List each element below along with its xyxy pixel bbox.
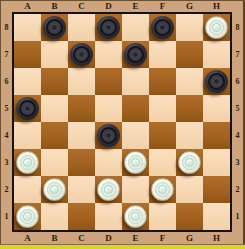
- checker-center: [185, 158, 194, 167]
- square-h3[interactable]: [203, 149, 230, 176]
- square-f3[interactable]: [149, 149, 176, 176]
- checker-center: [50, 185, 59, 194]
- rank-label-right-7: 7: [232, 41, 243, 68]
- square-d6[interactable]: [95, 68, 122, 95]
- rank-label-left-2: 2: [1, 176, 12, 203]
- square-d1[interactable]: [95, 203, 122, 230]
- square-c5[interactable]: [68, 95, 95, 122]
- square-b4[interactable]: [41, 122, 68, 149]
- rank-labels-left: 87654321: [1, 14, 12, 230]
- square-g8[interactable]: [176, 14, 203, 41]
- square-a2[interactable]: [14, 176, 41, 203]
- file-label-top-A: A: [14, 1, 41, 12]
- square-f6[interactable]: [149, 68, 176, 95]
- square-h7[interactable]: [203, 41, 230, 68]
- white-checker-h8[interactable]: [205, 16, 228, 39]
- square-b7[interactable]: [41, 41, 68, 68]
- checker-center: [131, 158, 140, 167]
- square-e8[interactable]: [122, 14, 149, 41]
- file-label-top-B: B: [41, 1, 68, 12]
- square-b8[interactable]: [41, 14, 68, 41]
- square-e7[interactable]: [122, 41, 149, 68]
- square-a3[interactable]: [14, 149, 41, 176]
- rank-label-left-6: 6: [1, 68, 12, 95]
- square-a4[interactable]: [14, 122, 41, 149]
- square-e3[interactable]: [122, 149, 149, 176]
- checker-center: [24, 105, 31, 112]
- rank-label-left-8: 8: [1, 14, 12, 41]
- square-c2[interactable]: [68, 176, 95, 203]
- square-d3[interactable]: [95, 149, 122, 176]
- white-checker-a1[interactable]: [16, 205, 39, 228]
- file-label-top-F: F: [149, 1, 176, 12]
- square-b5[interactable]: [41, 95, 68, 122]
- square-g7[interactable]: [176, 41, 203, 68]
- square-d7[interactable]: [95, 41, 122, 68]
- square-f5[interactable]: [149, 95, 176, 122]
- file-label-top-C: C: [68, 1, 95, 12]
- square-c8[interactable]: [68, 14, 95, 41]
- rank-label-right-4: 4: [232, 122, 243, 149]
- black-checker-b8[interactable]: [43, 16, 66, 39]
- square-b6[interactable]: [41, 68, 68, 95]
- file-labels-bottom: ABCDEFGH: [14, 233, 230, 244]
- rank-label-left-5: 5: [1, 95, 12, 122]
- rank-label-left-1: 1: [1, 203, 12, 230]
- checker-center: [51, 24, 58, 31]
- checker-center: [105, 24, 112, 31]
- checker-center: [131, 212, 140, 221]
- square-d4[interactable]: [95, 122, 122, 149]
- square-g5[interactable]: [176, 95, 203, 122]
- square-d5[interactable]: [95, 95, 122, 122]
- square-b1[interactable]: [41, 203, 68, 230]
- square-a5[interactable]: [14, 95, 41, 122]
- square-e5[interactable]: [122, 95, 149, 122]
- square-b3[interactable]: [41, 149, 68, 176]
- rank-label-right-3: 3: [232, 149, 243, 176]
- square-g1[interactable]: [176, 203, 203, 230]
- square-h8[interactable]: [203, 14, 230, 41]
- checker-center: [159, 24, 166, 31]
- file-labels-top: ABCDEFGH: [14, 1, 230, 12]
- file-label-top-H: H: [203, 1, 230, 12]
- square-g4[interactable]: [176, 122, 203, 149]
- checker-center: [212, 23, 221, 32]
- white-checker-a3[interactable]: [16, 151, 39, 174]
- white-checker-f2[interactable]: [151, 178, 174, 201]
- checker-center: [104, 185, 113, 194]
- square-h4[interactable]: [203, 122, 230, 149]
- black-checker-c7[interactable]: [70, 43, 93, 66]
- black-checker-a5[interactable]: [16, 97, 39, 120]
- square-e6[interactable]: [122, 68, 149, 95]
- file-label-top-E: E: [122, 1, 149, 12]
- file-label-bottom-B: B: [41, 233, 68, 244]
- rank-label-right-5: 5: [232, 95, 243, 122]
- black-checker-h6[interactable]: [205, 70, 228, 93]
- rank-labels-right: 87654321: [232, 14, 243, 230]
- black-checker-f8[interactable]: [151, 16, 174, 39]
- square-a8[interactable]: [14, 14, 41, 41]
- checker-center: [78, 51, 85, 58]
- board-frame: [12, 12, 232, 232]
- square-g6[interactable]: [176, 68, 203, 95]
- board-grid: [14, 14, 230, 230]
- rank-label-right-2: 2: [232, 176, 243, 203]
- square-e4[interactable]: [122, 122, 149, 149]
- checker-center: [23, 212, 32, 221]
- file-label-bottom-H: H: [203, 233, 230, 244]
- white-checker-e1[interactable]: [124, 205, 147, 228]
- black-checker-e7[interactable]: [124, 43, 147, 66]
- black-checker-d8[interactable]: [97, 16, 120, 39]
- white-checker-g3[interactable]: [178, 151, 201, 174]
- square-c6[interactable]: [68, 68, 95, 95]
- square-f8[interactable]: [149, 14, 176, 41]
- file-label-bottom-C: C: [68, 233, 95, 244]
- square-g2[interactable]: [176, 176, 203, 203]
- file-label-bottom-D: D: [95, 233, 122, 244]
- rank-label-left-3: 3: [1, 149, 12, 176]
- black-checker-d4[interactable]: [97, 124, 120, 147]
- checkers-board-window: ABCDEFGH 87654321 87654321 ABCDEFGH: [0, 0, 245, 249]
- file-label-bottom-E: E: [122, 233, 149, 244]
- square-e1[interactable]: [122, 203, 149, 230]
- square-f4[interactable]: [149, 122, 176, 149]
- white-checker-e3[interactable]: [124, 151, 147, 174]
- square-g3[interactable]: [176, 149, 203, 176]
- checker-center: [132, 51, 139, 58]
- file-label-bottom-G: G: [176, 233, 203, 244]
- square-b2[interactable]: [41, 176, 68, 203]
- checker-center: [158, 185, 167, 194]
- bottom-accent-strip: [0, 245, 245, 249]
- square-d8[interactable]: [95, 14, 122, 41]
- square-h1[interactable]: [203, 203, 230, 230]
- rank-label-right-6: 6: [232, 68, 243, 95]
- square-c7[interactable]: [68, 41, 95, 68]
- square-h2[interactable]: [203, 176, 230, 203]
- file-label-top-G: G: [176, 1, 203, 12]
- square-f1[interactable]: [149, 203, 176, 230]
- square-f2[interactable]: [149, 176, 176, 203]
- file-label-bottom-A: A: [14, 233, 41, 244]
- white-checker-d2[interactable]: [97, 178, 120, 201]
- square-a1[interactable]: [14, 203, 41, 230]
- checker-center: [105, 132, 112, 139]
- square-c4[interactable]: [68, 122, 95, 149]
- square-h6[interactable]: [203, 68, 230, 95]
- white-checker-b2[interactable]: [43, 178, 66, 201]
- square-f7[interactable]: [149, 41, 176, 68]
- square-c1[interactable]: [68, 203, 95, 230]
- rank-label-right-1: 1: [232, 203, 243, 230]
- file-label-top-D: D: [95, 1, 122, 12]
- checker-center: [213, 78, 220, 85]
- square-d2[interactable]: [95, 176, 122, 203]
- square-h5[interactable]: [203, 95, 230, 122]
- file-label-bottom-F: F: [149, 233, 176, 244]
- square-a6[interactable]: [14, 68, 41, 95]
- rank-label-left-4: 4: [1, 122, 12, 149]
- rank-label-left-7: 7: [1, 41, 12, 68]
- square-c3[interactable]: [68, 149, 95, 176]
- square-e2[interactable]: [122, 176, 149, 203]
- rank-label-right-8: 8: [232, 14, 243, 41]
- checker-center: [23, 158, 32, 167]
- square-a7[interactable]: [14, 41, 41, 68]
